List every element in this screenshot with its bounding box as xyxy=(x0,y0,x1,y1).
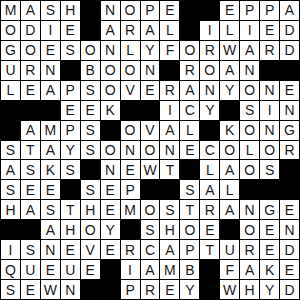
letter-cell[interactable]: A xyxy=(220,160,239,179)
letter-cell[interactable]: A xyxy=(220,61,239,80)
letter-cell[interactable]: C xyxy=(200,141,219,160)
letter-cell[interactable]: N xyxy=(61,280,80,299)
black-cell xyxy=(21,220,40,239)
letter-cell[interactable]: Y xyxy=(180,280,199,299)
letter-cell[interactable]: M xyxy=(121,200,140,219)
letter-cell[interactable]: O xyxy=(200,61,219,80)
letter-cell[interactable]: R xyxy=(21,61,40,80)
letter-cell[interactable]: H xyxy=(160,220,179,239)
black-cell xyxy=(101,121,120,140)
letter-cell[interactable]: R xyxy=(200,200,219,219)
black-cell xyxy=(81,21,100,40)
letter-cell[interactable]: D xyxy=(280,240,299,259)
black-cell xyxy=(121,220,140,239)
letter-cell[interactable]: E xyxy=(61,240,80,259)
letter-cell[interactable]: Y xyxy=(141,41,160,60)
letter-cell[interactable]: R xyxy=(260,41,279,60)
letter-cell[interactable]: E xyxy=(81,101,100,120)
letter-cell[interactable]: N xyxy=(200,81,219,100)
letter-cell[interactable]: S xyxy=(81,121,100,140)
black-cell xyxy=(141,180,160,199)
letter-cell[interactable]: M xyxy=(1,1,20,20)
black-cell xyxy=(220,101,239,120)
letter-cell[interactable]: E xyxy=(141,81,160,100)
letter-cell[interactable]: M xyxy=(41,121,60,140)
letter-cell[interactable]: S xyxy=(81,81,100,100)
black-cell xyxy=(280,160,299,179)
letter-cell[interactable]: O xyxy=(121,1,140,20)
letter-cell[interactable]: S xyxy=(1,180,20,199)
letter-cell[interactable]: O xyxy=(180,41,199,60)
letter-cell[interactable]: A xyxy=(200,180,219,199)
letter-cell[interactable]: O xyxy=(1,21,20,40)
letter-cell[interactable]: N xyxy=(280,220,299,239)
letter-cell[interactable]: E xyxy=(220,1,239,20)
black-cell xyxy=(280,61,299,80)
letter-cell[interactable]: P xyxy=(260,1,279,20)
letter-cell[interactable]: N xyxy=(101,1,120,20)
letter-cell[interactable]: R xyxy=(121,21,140,40)
letter-cell[interactable]: F xyxy=(220,260,239,279)
letter-cell[interactable]: O xyxy=(101,61,120,80)
letter-cell[interactable]: E xyxy=(280,260,299,279)
letter-cell[interactable]: D xyxy=(21,21,40,40)
letter-cell[interactable]: E xyxy=(260,240,279,259)
letter-cell[interactable]: H xyxy=(1,200,20,219)
letter-cell[interactable]: O xyxy=(240,220,259,239)
letter-cell[interactable]: W xyxy=(220,41,239,60)
letter-cell[interactable]: S xyxy=(141,220,160,239)
letter-cell[interactable]: H xyxy=(61,1,80,20)
letter-cell[interactable]: N xyxy=(280,101,299,120)
letter-cell[interactable]: N xyxy=(240,61,259,80)
letter-cell[interactable]: B xyxy=(81,61,100,80)
black-cell xyxy=(260,61,279,80)
black-cell xyxy=(240,180,259,199)
crossword-grid: MASHNOPEEPPAODIEARALILIEDGOESONLYFORWARD… xyxy=(0,0,300,300)
letter-cell[interactable]: Q xyxy=(1,260,20,279)
black-cell xyxy=(160,180,179,199)
letter-cell[interactable]: E xyxy=(101,240,120,259)
black-cell xyxy=(1,101,20,120)
letter-cell[interactable]: H xyxy=(61,220,80,239)
letter-cell[interactable]: O xyxy=(81,220,100,239)
letter-cell[interactable]: O xyxy=(121,61,140,80)
letter-cell[interactable]: S xyxy=(61,41,80,60)
letter-cell[interactable]: L xyxy=(220,180,239,199)
letter-cell[interactable]: E xyxy=(200,220,219,239)
letter-cell[interactable]: A xyxy=(21,200,40,219)
letter-cell[interactable]: L xyxy=(180,121,199,140)
black-cell xyxy=(200,1,219,20)
letter-cell[interactable]: A xyxy=(280,1,299,20)
letter-cell[interactable]: E xyxy=(101,180,120,199)
black-cell xyxy=(180,1,199,20)
letter-cell[interactable]: P xyxy=(141,1,160,20)
black-cell xyxy=(280,180,299,199)
letter-cell[interactable]: U xyxy=(61,260,80,279)
letter-cell[interactable]: S xyxy=(1,141,20,160)
letter-cell[interactable]: O xyxy=(141,200,160,219)
letter-cell[interactable]: A xyxy=(41,81,60,100)
letter-cell[interactable]: S xyxy=(81,180,100,199)
letter-cell[interactable]: H xyxy=(81,200,100,219)
letter-cell[interactable]: P xyxy=(180,240,199,259)
letter-cell[interactable]: K xyxy=(41,160,60,179)
letter-cell[interactable]: A xyxy=(160,121,179,140)
letter-cell[interactable]: E xyxy=(41,180,60,199)
letter-cell[interactable]: E xyxy=(180,141,199,160)
letter-cell[interactable]: D xyxy=(280,21,299,40)
letter-cell[interactable]: B xyxy=(180,260,199,279)
letter-cell[interactable]: N xyxy=(160,141,179,160)
letter-cell[interactable]: W xyxy=(41,280,60,299)
letter-cell[interactable]: P xyxy=(121,180,140,199)
letter-cell[interactable]: R xyxy=(280,141,299,160)
letter-cell[interactable]: A xyxy=(141,21,160,40)
letter-cell[interactable]: O xyxy=(240,160,259,179)
black-cell xyxy=(81,160,100,179)
black-cell xyxy=(81,1,100,20)
letter-cell[interactable]: S xyxy=(61,160,80,179)
letter-cell[interactable]: O xyxy=(81,41,100,60)
letter-cell[interactable]: E xyxy=(160,1,179,20)
black-cell xyxy=(160,61,179,80)
letter-cell[interactable]: F xyxy=(160,41,179,60)
letter-cell[interactable]: A xyxy=(160,240,179,259)
letter-cell[interactable]: Y xyxy=(200,101,219,120)
letter-cell[interactable]: G xyxy=(280,121,299,140)
letter-cell[interactable]: L xyxy=(1,81,20,100)
letter-cell[interactable]: R xyxy=(141,280,160,299)
letter-cell[interactable]: E xyxy=(21,180,40,199)
letter-cell[interactable]: N xyxy=(121,141,140,160)
letter-cell[interactable]: I xyxy=(1,240,20,259)
letter-cell[interactable]: T xyxy=(61,200,80,219)
letter-cell[interactable]: W xyxy=(141,160,160,179)
letter-cell[interactable]: L xyxy=(160,21,179,40)
letter-cell[interactable]: O xyxy=(220,141,239,160)
letter-cell[interactable]: R xyxy=(121,240,140,259)
letter-cell[interactable]: O xyxy=(101,141,120,160)
letter-cell[interactable]: O xyxy=(240,81,259,100)
letter-cell[interactable]: K xyxy=(260,260,279,279)
letter-cell[interactable]: S xyxy=(180,180,199,199)
letter-cell[interactable]: I xyxy=(160,101,179,120)
letter-cell[interactable]: E xyxy=(121,160,140,179)
letter-cell[interactable]: V xyxy=(121,81,140,100)
letter-cell[interactable]: O xyxy=(21,41,40,60)
letter-cell[interactable]: S xyxy=(1,280,20,299)
letter-cell[interactable]: L xyxy=(121,41,140,60)
letter-cell[interactable]: I xyxy=(240,21,259,40)
letter-cell[interactable]: G xyxy=(260,200,279,219)
black-cell xyxy=(61,180,80,199)
letter-cell[interactable]: E xyxy=(260,21,279,40)
letter-cell[interactable]: P xyxy=(61,121,80,140)
letter-cell[interactable]: S xyxy=(260,160,279,179)
letter-cell[interactable]: N xyxy=(101,41,120,60)
letter-cell[interactable]: T xyxy=(180,200,199,219)
letter-cell[interactable]: I xyxy=(121,260,140,279)
letter-cell[interactable]: S xyxy=(240,101,259,120)
letter-cell[interactable]: I xyxy=(41,21,60,40)
letter-cell[interactable]: P xyxy=(121,280,140,299)
letter-cell[interactable]: K xyxy=(101,101,120,120)
black-cell xyxy=(101,260,120,279)
letter-cell[interactable]: D xyxy=(280,41,299,60)
black-cell xyxy=(141,101,160,120)
black-cell xyxy=(200,280,219,299)
letter-cell[interactable]: E xyxy=(260,220,279,239)
letter-cell[interactable]: R xyxy=(180,61,199,80)
letter-cell[interactable]: C xyxy=(180,101,199,120)
letter-cell[interactable]: N xyxy=(260,81,279,100)
black-cell xyxy=(101,280,120,299)
letter-cell[interactable]: G xyxy=(1,41,20,60)
black-cell xyxy=(81,280,100,299)
letter-cell[interactable]: N xyxy=(41,240,60,259)
letter-cell[interactable]: E xyxy=(280,81,299,100)
letter-cell[interactable]: E xyxy=(21,81,40,100)
black-cell xyxy=(180,160,199,179)
letter-cell[interactable]: I xyxy=(260,101,279,120)
black-cell xyxy=(220,220,239,239)
letter-cell[interactable]: A xyxy=(141,260,160,279)
letter-cell[interactable]: T xyxy=(160,160,179,179)
letter-cell[interactable]: H xyxy=(240,280,259,299)
letter-cell[interactable]: L xyxy=(220,21,239,40)
black-cell xyxy=(21,101,40,120)
letter-cell[interactable]: Y xyxy=(61,141,80,160)
letter-cell[interactable]: M xyxy=(160,260,179,279)
letter-cell[interactable]: S xyxy=(21,160,40,179)
letter-cell[interactable]: Y xyxy=(220,81,239,100)
black-cell xyxy=(260,180,279,199)
letter-cell[interactable]: E xyxy=(81,260,100,279)
letter-cell[interactable]: O xyxy=(121,121,140,140)
letter-cell[interactable]: S xyxy=(160,200,179,219)
black-cell xyxy=(200,260,219,279)
letter-cell[interactable]: A xyxy=(101,21,120,40)
letter-cell[interactable]: R xyxy=(160,81,179,100)
letter-cell[interactable]: A xyxy=(240,260,259,279)
letter-cell[interactable]: N xyxy=(101,160,120,179)
letter-cell[interactable]: E xyxy=(41,41,60,60)
letter-cell[interactable]: N xyxy=(260,121,279,140)
letter-cell[interactable]: E xyxy=(160,280,179,299)
letter-cell[interactable]: Y xyxy=(101,220,120,239)
letter-cell[interactable]: O xyxy=(141,141,160,160)
letter-cell[interactable]: A xyxy=(1,160,20,179)
letter-cell[interactable]: A xyxy=(180,81,199,100)
letter-cell[interactable]: K xyxy=(220,121,239,140)
black-cell xyxy=(41,101,60,120)
letter-cell[interactable]: O xyxy=(101,81,120,100)
letter-cell[interactable]: V xyxy=(81,240,100,259)
letter-cell[interactable]: U xyxy=(220,240,239,259)
letter-cell[interactable]: A xyxy=(220,200,239,219)
letter-cell[interactable]: E xyxy=(61,21,80,40)
letter-cell[interactable]: A xyxy=(21,121,40,140)
letter-cell[interactable]: E xyxy=(21,280,40,299)
letter-cell[interactable]: R xyxy=(200,41,219,60)
letter-cell[interactable]: S xyxy=(41,1,60,20)
letter-cell[interactable]: A xyxy=(41,220,60,239)
letter-cell[interactable]: D xyxy=(280,280,299,299)
letter-cell[interactable]: S xyxy=(41,200,60,219)
letter-cell[interactable]: U xyxy=(1,61,20,80)
letter-cell[interactable]: U xyxy=(21,260,40,279)
letter-cell[interactable]: N xyxy=(141,61,160,80)
letter-cell[interactable]: O xyxy=(180,220,199,239)
letter-cell[interactable]: L xyxy=(200,160,219,179)
letter-cell[interactable]: T xyxy=(200,240,219,259)
black-cell xyxy=(1,220,20,239)
letter-cell[interactable]: E xyxy=(61,101,80,120)
letter-cell[interactable]: T xyxy=(21,141,40,160)
letter-cell[interactable]: W xyxy=(220,280,239,299)
letter-cell[interactable]: P xyxy=(61,81,80,100)
letter-cell[interactable]: E xyxy=(41,260,60,279)
letter-cell[interactable]: S xyxy=(21,240,40,259)
letter-cell[interactable]: E xyxy=(280,200,299,219)
letter-cell[interactable]: E xyxy=(101,200,120,219)
letter-cell[interactable]: A xyxy=(21,1,40,20)
letter-cell[interactable]: Y xyxy=(260,280,279,299)
black-cell xyxy=(180,21,199,40)
letter-cell[interactable]: O xyxy=(260,141,279,160)
letter-cell[interactable]: N xyxy=(41,61,60,80)
black-cell xyxy=(61,61,80,80)
letter-cell[interactable]: P xyxy=(240,1,259,20)
letter-cell[interactable]: A xyxy=(240,41,259,60)
letter-cell[interactable]: O xyxy=(240,121,259,140)
letter-cell[interactable]: I xyxy=(200,21,219,40)
black-cell xyxy=(1,121,20,140)
letter-cell[interactable]: A xyxy=(41,141,60,160)
black-cell xyxy=(200,121,219,140)
black-cell xyxy=(121,101,140,120)
letter-cell[interactable]: L xyxy=(240,141,259,160)
letter-cell[interactable]: C xyxy=(141,240,160,259)
letter-cell[interactable]: S xyxy=(81,141,100,160)
letter-cell[interactable]: N xyxy=(240,200,259,219)
letter-cell[interactable]: R xyxy=(240,240,259,259)
letter-cell[interactable]: V xyxy=(141,121,160,140)
